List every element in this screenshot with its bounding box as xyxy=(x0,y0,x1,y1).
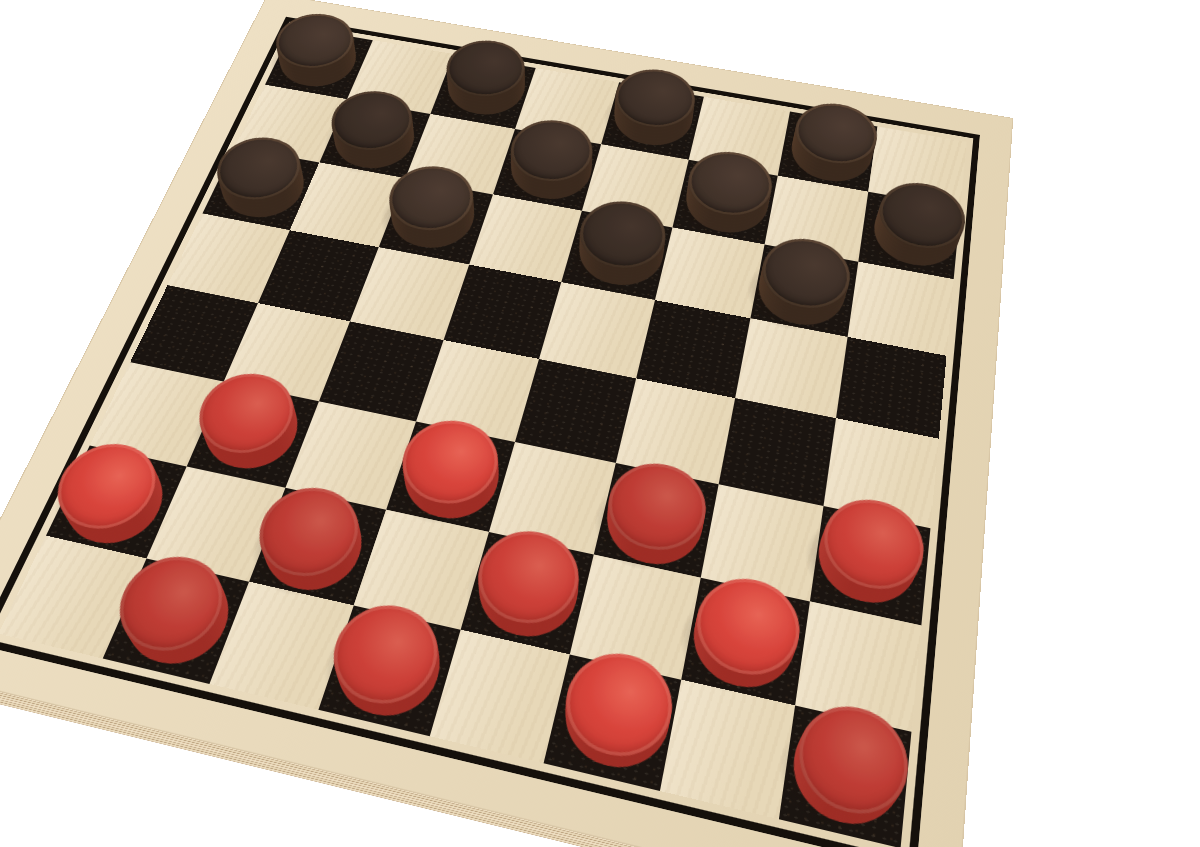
dark-man-8[interactable] xyxy=(869,197,960,275)
red-man-8[interactable] xyxy=(685,585,799,698)
dark-man-5[interactable] xyxy=(325,106,424,176)
dark-man-1[interactable] xyxy=(270,30,366,95)
dark-square-17[interactable] xyxy=(130,285,258,381)
dark-square-31[interactable] xyxy=(544,654,682,791)
red-man-6[interactable] xyxy=(252,496,374,601)
red-man-10[interactable] xyxy=(325,611,451,727)
board-grid xyxy=(0,27,967,847)
dark-man-3[interactable] xyxy=(607,84,698,153)
dark-man-10[interactable] xyxy=(382,180,483,256)
light-square xyxy=(848,262,954,356)
dark-man-12[interactable] xyxy=(752,252,848,334)
red-man-2[interactable] xyxy=(394,430,509,528)
dark-square-8[interactable] xyxy=(858,192,960,279)
light-square xyxy=(735,318,847,418)
light-square xyxy=(660,680,795,820)
light-square xyxy=(539,282,655,378)
dark-man-6[interactable] xyxy=(502,135,598,208)
product-photo-scene xyxy=(0,0,1200,847)
red-man-1[interactable] xyxy=(192,384,309,478)
dark-square-12[interactable] xyxy=(750,244,858,337)
dark-square-26[interactable] xyxy=(249,488,386,606)
dark-man-9[interactable] xyxy=(211,152,315,226)
red-man-11[interactable] xyxy=(555,658,677,779)
dark-square-29[interactable] xyxy=(103,558,249,683)
red-man-3[interactable] xyxy=(598,472,709,574)
board-top-face xyxy=(0,0,1012,847)
checkers-board xyxy=(0,0,1012,847)
dark-square-23[interactable] xyxy=(594,463,719,578)
dark-man-2[interactable] xyxy=(439,56,532,123)
dark-man-4[interactable] xyxy=(786,118,875,189)
dark-square-28[interactable] xyxy=(681,578,810,706)
dark-square-15[interactable] xyxy=(636,300,750,398)
dark-square-20[interactable] xyxy=(719,398,836,506)
dark-man-11[interactable] xyxy=(571,215,670,294)
dark-man-7[interactable] xyxy=(679,166,773,241)
red-man-7[interactable] xyxy=(468,538,586,647)
red-man-4[interactable] xyxy=(812,508,919,614)
red-man-12[interactable] xyxy=(786,709,904,835)
dark-square-32[interactable] xyxy=(779,705,912,847)
